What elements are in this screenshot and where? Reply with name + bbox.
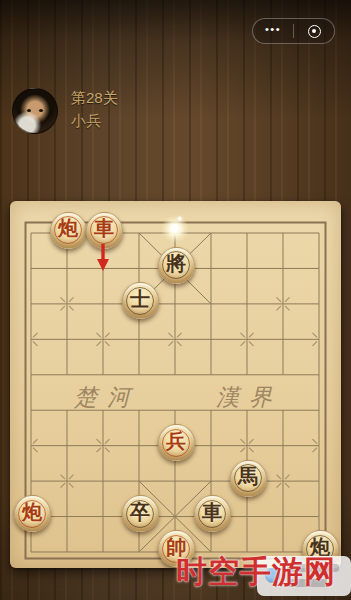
river-label-left: 楚河	[74, 384, 140, 410]
piece-red-cannon[interactable]: 炮	[50, 212, 87, 249]
piece-red-rook[interactable]: 車	[86, 212, 123, 249]
piece-black-rook[interactable]: 車	[194, 495, 231, 532]
piece-character: 炮	[15, 496, 50, 531]
screen: ••• 第28关 小兵 楚河 漢界 炮車將士兵馬炮卒車帥炮 ✦ 时空手游网	[0, 0, 351, 600]
more-icon: •••	[265, 24, 281, 38]
player-name: 小兵	[71, 112, 101, 131]
close-circle-icon	[308, 25, 321, 38]
avatar-face	[27, 109, 31, 112]
piece-character: 卒	[123, 496, 158, 531]
river-label-right: 漢界	[216, 384, 282, 410]
piece-character: 兵	[159, 425, 194, 460]
piece-red-soldier[interactable]: 兵	[158, 424, 195, 461]
avatar	[12, 88, 58, 134]
watermark-text: 时空手游网	[176, 551, 336, 593]
piece-character: 將	[159, 248, 194, 283]
piece-character: 馬	[231, 461, 266, 496]
wechat-capsule: •••	[252, 18, 335, 44]
piece-character: 車	[87, 213, 122, 248]
piece-character: 炮	[51, 213, 86, 248]
close-button[interactable]	[294, 19, 334, 43]
piece-black-soldier[interactable]: 卒	[122, 495, 159, 532]
level-label: 第28关	[71, 89, 118, 108]
piece-black-horse[interactable]: 馬	[230, 460, 267, 497]
piece-black-advisor[interactable]: 士	[122, 282, 159, 319]
more-button[interactable]: •••	[253, 19, 293, 43]
piece-red-cannon[interactable]: 炮	[14, 495, 51, 532]
piece-black-general[interactable]: 將	[158, 247, 195, 284]
piece-character: 士	[123, 283, 158, 318]
piece-character: 車	[195, 496, 230, 531]
